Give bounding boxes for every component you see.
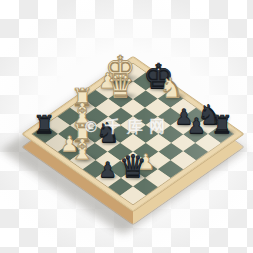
piece-white-queen[interactable]: ♛ [106, 71, 134, 102]
black-rook-icon: ♜ [211, 112, 233, 137]
piece-white-knight[interactable]: ♞ [159, 75, 183, 102]
chess-illustration: ♚♟♚♛♞♜♟♝♞♜♜♟♜♞♟♝♟♛♟ ©千库网 [0, 0, 253, 253]
piece-black-rook[interactable]: ♜ [33, 112, 55, 137]
piece-black-pawn[interactable]: ♟ [187, 115, 206, 136]
black-rook-icon: ♜ [33, 112, 55, 137]
black-queen-icon: ♛ [119, 151, 147, 182]
white-bishop-icon: ♝ [70, 136, 95, 164]
piece-black-pawn[interactable]: ♟ [98, 160, 117, 181]
white-knight-icon: ♞ [159, 75, 183, 102]
piece-white-bishop[interactable]: ♝ [70, 136, 95, 164]
black-pawn-icon: ♟ [187, 115, 206, 136]
watermark: ©千库网 [83, 117, 171, 138]
piece-black-queen[interactable]: ♛ [119, 151, 147, 182]
white-queen-icon: ♛ [106, 71, 134, 102]
black-pawn-icon: ♟ [98, 160, 117, 181]
piece-black-rook[interactable]: ♜ [211, 112, 233, 137]
